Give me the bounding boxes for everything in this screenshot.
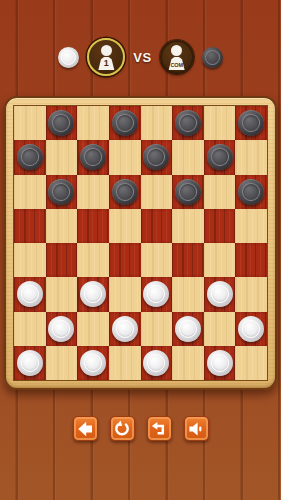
board-cell-light xyxy=(14,106,46,140)
checker-piece-white[interactable] xyxy=(175,316,201,342)
board-cell-dark[interactable] xyxy=(204,346,236,380)
board-cell-dark[interactable] xyxy=(46,175,78,209)
undo-button[interactable] xyxy=(147,416,172,441)
board-cell-dark[interactable] xyxy=(172,243,204,277)
player1-label: 1 xyxy=(104,59,109,68)
board-cell-light xyxy=(235,277,267,311)
board-cell-dark[interactable] xyxy=(14,209,46,243)
board-cell-dark[interactable] xyxy=(46,312,78,346)
board-cell-dark[interactable] xyxy=(46,243,78,277)
checker-piece-dark[interactable] xyxy=(112,110,138,136)
speaker-icon xyxy=(186,419,206,439)
checker-piece-dark[interactable] xyxy=(143,144,169,170)
board-cell-light xyxy=(14,312,46,346)
board-cell-dark[interactable] xyxy=(235,243,267,277)
piece-inner-ring xyxy=(179,183,197,201)
player2-color-checker xyxy=(202,47,223,68)
board-cell-dark[interactable] xyxy=(109,106,141,140)
board-cell-light xyxy=(172,346,204,380)
checker-piece-dark[interactable] xyxy=(112,179,138,205)
board-cell-dark[interactable] xyxy=(77,209,109,243)
back-button[interactable] xyxy=(73,416,98,441)
board-cell-light xyxy=(46,277,78,311)
checker-piece-white[interactable] xyxy=(80,350,106,376)
board-cell-dark[interactable] xyxy=(141,277,173,311)
board-cell-light xyxy=(141,243,173,277)
restart-icon xyxy=(112,419,132,439)
match-header: 1 VS COM xyxy=(0,37,281,77)
board-cell-light xyxy=(77,243,109,277)
checker-piece-dark[interactable] xyxy=(207,144,233,170)
board-cell-dark[interactable] xyxy=(172,106,204,140)
board-cell-light xyxy=(141,175,173,209)
board-cell-light xyxy=(109,277,141,311)
checker-piece-dark[interactable] xyxy=(238,179,264,205)
board-cell-light xyxy=(172,209,204,243)
piece-inner-ring xyxy=(116,114,134,132)
board-cell-dark[interactable] xyxy=(235,175,267,209)
board-cell-light xyxy=(235,140,267,174)
piece-inner-ring xyxy=(242,320,260,338)
piece-inner-ring xyxy=(84,148,102,166)
checker-piece-dark[interactable] xyxy=(17,144,43,170)
piece-inner-ring xyxy=(84,354,102,372)
board-cell-dark[interactable] xyxy=(109,175,141,209)
board-cell-light xyxy=(235,209,267,243)
piece-inner-ring xyxy=(147,354,165,372)
checker-piece-dark[interactable] xyxy=(48,110,74,136)
piece-inner-ring xyxy=(211,148,229,166)
person-head xyxy=(101,45,112,56)
piece-inner-ring xyxy=(211,285,229,303)
checker-piece-white[interactable] xyxy=(112,316,138,342)
board-cell-dark[interactable] xyxy=(109,312,141,346)
board-cell-light xyxy=(77,312,109,346)
piece-inner-ring xyxy=(52,320,70,338)
board-cell-light xyxy=(141,106,173,140)
piece-inner-ring xyxy=(21,148,39,166)
checker-piece-white[interactable] xyxy=(143,350,169,376)
checker-piece-white[interactable] xyxy=(17,350,43,376)
piece-inner-ring xyxy=(52,183,70,201)
board-cell-light xyxy=(77,106,109,140)
board-cell-dark[interactable] xyxy=(204,209,236,243)
person-head xyxy=(171,45,182,56)
board-cell-dark[interactable] xyxy=(141,140,173,174)
board-cell-light xyxy=(109,346,141,380)
person-icon: 1 xyxy=(97,45,116,70)
piece-inner-ring xyxy=(179,114,197,132)
board-cell-light xyxy=(141,312,173,346)
board-cell-dark[interactable] xyxy=(172,312,204,346)
undo-arrow-icon xyxy=(149,419,169,439)
checker-piece-white[interactable] xyxy=(238,316,264,342)
player2-label: COM xyxy=(171,63,183,69)
board-cell-dark[interactable] xyxy=(204,277,236,311)
board-cell-light xyxy=(77,175,109,209)
checker-inner-ring xyxy=(61,50,76,65)
board-cell-light xyxy=(14,175,46,209)
restart-button[interactable] xyxy=(110,416,135,441)
board-cell-dark[interactable] xyxy=(141,346,173,380)
board-cell-dark[interactable] xyxy=(77,140,109,174)
board-cell-dark[interactable] xyxy=(109,243,141,277)
checker-piece-dark[interactable] xyxy=(80,144,106,170)
board-cell-dark[interactable] xyxy=(77,346,109,380)
piece-inner-ring xyxy=(211,354,229,372)
checker-piece-white[interactable] xyxy=(48,316,74,342)
board-cell-dark[interactable] xyxy=(235,106,267,140)
sound-button[interactable] xyxy=(184,416,209,441)
piece-inner-ring xyxy=(242,183,260,201)
checker-piece-dark[interactable] xyxy=(175,110,201,136)
board-cell-light xyxy=(46,346,78,380)
checker-piece-white[interactable] xyxy=(207,281,233,307)
board-cell-dark[interactable] xyxy=(204,140,236,174)
board-cell-light xyxy=(109,140,141,174)
checker-piece-white[interactable] xyxy=(80,281,106,307)
player1-avatar[interactable]: 1 xyxy=(87,38,125,76)
vs-label: VS xyxy=(133,50,151,65)
person-icon: COM xyxy=(167,45,186,70)
board-cell-dark[interactable] xyxy=(14,277,46,311)
board-cell-light xyxy=(172,140,204,174)
person-torso: 1 xyxy=(97,57,116,70)
board-cell-light xyxy=(172,277,204,311)
controls-bar xyxy=(0,416,281,441)
person-torso: COM xyxy=(167,57,186,70)
piece-inner-ring xyxy=(21,285,39,303)
board-cell-dark[interactable] xyxy=(14,346,46,380)
board-cell-light xyxy=(204,175,236,209)
board-cell-light xyxy=(14,243,46,277)
piece-inner-ring xyxy=(84,285,102,303)
piece-inner-ring xyxy=(21,354,39,372)
board-cell-dark[interactable] xyxy=(14,140,46,174)
checker-piece-white[interactable] xyxy=(17,281,43,307)
board-frame xyxy=(4,96,277,390)
board-cell-dark[interactable] xyxy=(172,175,204,209)
board-cell-light xyxy=(204,243,236,277)
checker-piece-dark[interactable] xyxy=(48,179,74,205)
player2-avatar[interactable]: COM xyxy=(160,40,194,74)
checker-piece-dark[interactable] xyxy=(175,179,201,205)
checker-inner-ring xyxy=(205,50,220,65)
board-grid xyxy=(13,105,268,381)
player1-color-checker xyxy=(58,47,79,68)
piece-inner-ring xyxy=(52,114,70,132)
piece-inner-ring xyxy=(116,320,134,338)
board-cell-light xyxy=(109,209,141,243)
checker-piece-dark[interactable] xyxy=(238,110,264,136)
piece-inner-ring xyxy=(116,183,134,201)
board-cell-light xyxy=(46,209,78,243)
piece-inner-ring xyxy=(179,320,197,338)
board-cell-light xyxy=(46,140,78,174)
board-cell-dark[interactable] xyxy=(141,209,173,243)
board-cell-dark[interactable] xyxy=(77,277,109,311)
back-arrow-icon xyxy=(75,419,95,439)
checker-piece-white[interactable] xyxy=(143,281,169,307)
checker-piece-white[interactable] xyxy=(207,350,233,376)
piece-inner-ring xyxy=(242,114,260,132)
checkers-app: 1 VS COM xyxy=(0,0,281,500)
board-cell-dark[interactable] xyxy=(46,106,78,140)
board-cell-light xyxy=(235,346,267,380)
board-cell-light xyxy=(204,106,236,140)
piece-inner-ring xyxy=(147,285,165,303)
piece-inner-ring xyxy=(147,148,165,166)
board-cell-dark[interactable] xyxy=(235,312,267,346)
board-cell-light xyxy=(204,312,236,346)
